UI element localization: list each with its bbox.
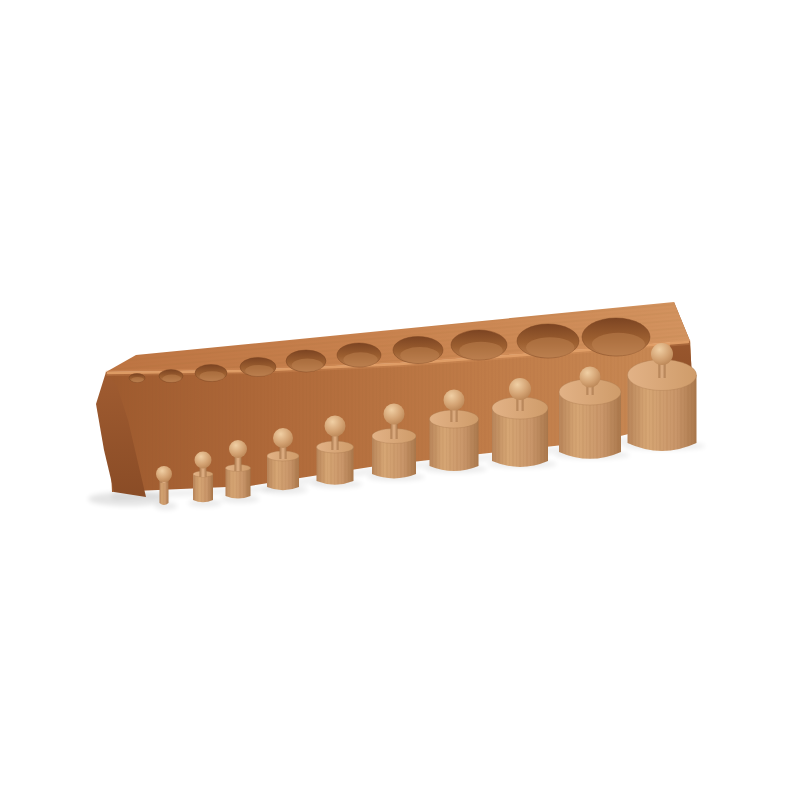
socket-inner-wall (459, 342, 503, 360)
knob-ball (156, 466, 172, 482)
cylinder-socket-1[interactable] (129, 374, 145, 383)
knob-ball (580, 367, 601, 388)
knob-ball (444, 390, 465, 411)
cylinder-socket-3[interactable] (195, 365, 227, 382)
knob-ball (384, 404, 405, 425)
cylinder-socket-9[interactable] (517, 324, 579, 358)
knob-ball (273, 428, 293, 448)
socket-inner-wall (526, 337, 574, 357)
socket-inner-wall (343, 352, 377, 366)
product-photo (0, 0, 800, 800)
cylinder-socket-8[interactable] (451, 330, 507, 360)
cylinder-grain (226, 468, 251, 499)
cylinder-socket-7[interactable] (393, 337, 443, 364)
montessori-cylinder-block-scene (0, 0, 800, 800)
socket-inner-wall (131, 377, 143, 382)
cylinder-socket-10[interactable] (582, 318, 650, 356)
socket-inner-wall (292, 359, 323, 372)
socket-inner-wall (162, 375, 181, 383)
socket-inner-wall (592, 333, 645, 356)
cylinder-socket-5[interactable] (286, 350, 326, 372)
knob-ball (229, 440, 247, 458)
socket-inner-wall (245, 365, 273, 376)
socket-inner-wall (200, 371, 225, 381)
knob-ball (509, 378, 531, 400)
cylinder-socket-4[interactable] (240, 358, 276, 377)
knob-ball (325, 416, 346, 437)
cylinder-socket-2[interactable] (159, 370, 183, 383)
knob-ball (195, 452, 212, 469)
socket-inner-wall (400, 347, 439, 363)
cylinder-grain (193, 474, 213, 502)
cylinder-grain (160, 480, 169, 505)
cylinder-socket-6[interactable] (337, 343, 381, 367)
knob-ball (651, 343, 673, 365)
